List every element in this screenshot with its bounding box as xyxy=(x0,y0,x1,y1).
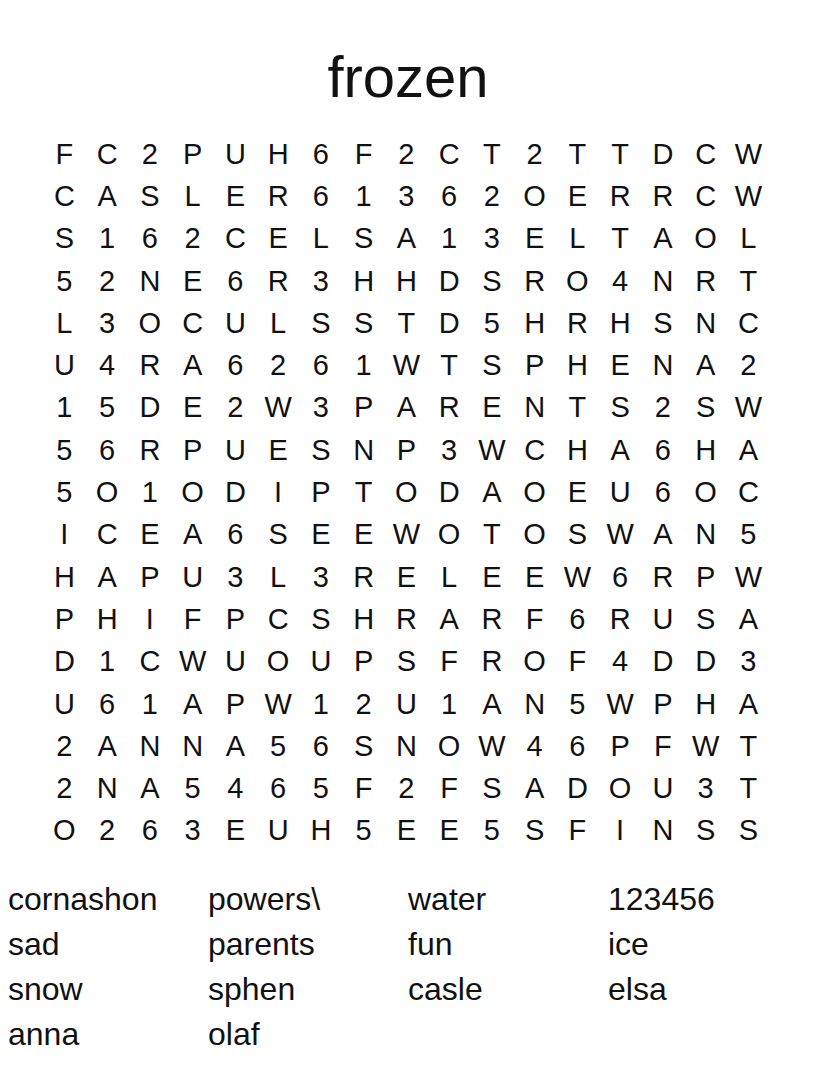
grid-cell-r15c13: 6 xyxy=(556,725,599,767)
grid-cell-r9c13: E xyxy=(556,471,599,513)
grid-cell-r17c10: E xyxy=(428,810,471,852)
grid-cell-r10c4: A xyxy=(171,514,214,556)
grid-cell-r11c16: P xyxy=(684,556,727,598)
grid-cell-r4c12: R xyxy=(513,260,556,302)
grid-cell-r11c13: W xyxy=(556,556,599,598)
grid-cell-r14c1: U xyxy=(43,683,86,725)
grid-cell-r8c5: U xyxy=(214,429,257,471)
grid-cell-r4c7: 3 xyxy=(300,260,343,302)
grid-cell-r7c14: S xyxy=(599,387,642,429)
grid-cell-r8c10: 3 xyxy=(428,429,471,471)
grid-cell-r6c12: P xyxy=(513,344,556,386)
grid-cell-r16c13: D xyxy=(556,767,599,809)
grid-cell-r8c6: E xyxy=(257,429,300,471)
grid-cell-r14c8: 2 xyxy=(342,683,385,725)
grid-cell-r7c11: E xyxy=(471,387,514,429)
grid-cell-r15c11: W xyxy=(471,725,514,767)
grid-cell-r5c17: C xyxy=(727,302,770,344)
grid-cell-r5c15: S xyxy=(642,302,685,344)
grid-cell-r3c3: 6 xyxy=(129,218,172,260)
grid-cell-r1c14: T xyxy=(599,133,642,175)
grid-cell-r5c2: 3 xyxy=(86,302,129,344)
grid-cell-r14c6: W xyxy=(257,683,300,725)
grid-cell-r9c12: O xyxy=(513,471,556,513)
grid-cell-r2c8: 1 xyxy=(342,175,385,217)
word-list-item-14: olaf xyxy=(208,1011,408,1056)
grid-cell-r1c5: U xyxy=(214,133,257,175)
grid-cell-r3c5: C xyxy=(214,218,257,260)
grid-cell-r13c7: U xyxy=(300,641,343,683)
grid-cell-r11c12: E xyxy=(513,556,556,598)
grid-cell-r16c11: S xyxy=(471,767,514,809)
grid-cell-r11c11: E xyxy=(471,556,514,598)
grid-cell-r14c17: A xyxy=(727,683,770,725)
grid-cell-r1c13: T xyxy=(556,133,599,175)
grid-cell-r11c10: L xyxy=(428,556,471,598)
grid-cell-r3c13: L xyxy=(556,218,599,260)
grid-cell-r8c1: 5 xyxy=(43,429,86,471)
grid-cell-r4c1: 5 xyxy=(43,260,86,302)
grid-cell-r15c9: N xyxy=(385,725,428,767)
grid-cell-r6c6: 2 xyxy=(257,344,300,386)
grid-cell-r2c11: 2 xyxy=(471,175,514,217)
word-list: cornashonpowers\water123456sadparentsfun… xyxy=(8,876,808,1056)
grid-cell-r7c8: P xyxy=(342,387,385,429)
grid-cell-r4c5: 6 xyxy=(214,260,257,302)
grid-cell-r17c12: S xyxy=(513,810,556,852)
grid-cell-r17c5: E xyxy=(214,810,257,852)
grid-cell-r8c7: S xyxy=(300,429,343,471)
grid-cell-r13c13: F xyxy=(556,641,599,683)
word-list-item-1: cornashon xyxy=(8,876,208,921)
grid-cell-r14c7: 1 xyxy=(300,683,343,725)
grid-cell-r6c5: 6 xyxy=(214,344,257,386)
grid-cell-r1c3: 2 xyxy=(129,133,172,175)
grid-cell-r10c12: O xyxy=(513,514,556,556)
grid-cell-r4c17: T xyxy=(727,260,770,302)
grid-cell-r4c8: H xyxy=(342,260,385,302)
grid-cell-r10c13: S xyxy=(556,514,599,556)
grid-cell-r15c7: 6 xyxy=(300,725,343,767)
word-list-item-11: casle xyxy=(408,966,608,1011)
grid-cell-r5c3: O xyxy=(129,302,172,344)
grid-cell-r6c15: N xyxy=(642,344,685,386)
grid-cell-r11c8: R xyxy=(342,556,385,598)
grid-cell-r13c9: S xyxy=(385,641,428,683)
grid-cell-r9c14: U xyxy=(599,471,642,513)
grid-cell-r11c17: W xyxy=(727,556,770,598)
grid-cell-r14c16: H xyxy=(684,683,727,725)
grid-cell-r2c6: R xyxy=(257,175,300,217)
grid-cell-r3c10: 1 xyxy=(428,218,471,260)
grid-cell-r4c2: 2 xyxy=(86,260,129,302)
grid-cell-r12c14: R xyxy=(599,598,642,640)
grid-cell-r16c10: F xyxy=(428,767,471,809)
grid-cell-r17c2: 2 xyxy=(86,810,129,852)
grid-cell-r9c11: A xyxy=(471,471,514,513)
word-list-item-8: ice xyxy=(608,921,808,966)
grid-cell-r17c6: U xyxy=(257,810,300,852)
grid-cell-r6c9: W xyxy=(385,344,428,386)
grid-cell-r7c4: E xyxy=(171,387,214,429)
grid-cell-r5c4: C xyxy=(171,302,214,344)
grid-cell-r10c11: T xyxy=(471,514,514,556)
grid-cell-r3c1: S xyxy=(43,218,86,260)
grid-cell-r1c10: C xyxy=(428,133,471,175)
grid-cell-r4c9: H xyxy=(385,260,428,302)
grid-cell-r15c16: W xyxy=(684,725,727,767)
word-list-item-10: sphen xyxy=(208,966,408,1011)
word-list-item-5: sad xyxy=(8,921,208,966)
word-search-grid: FC2PUH6F2CT2TTDCWCASLER61362OERRCWS162CE… xyxy=(43,133,770,852)
grid-cell-r6c13: H xyxy=(556,344,599,386)
grid-cell-r6c2: 4 xyxy=(86,344,129,386)
grid-cell-r7c12: N xyxy=(513,387,556,429)
grid-cell-r3c16: O xyxy=(684,218,727,260)
grid-cell-r8c8: N xyxy=(342,429,385,471)
grid-cell-r5c16: N xyxy=(684,302,727,344)
grid-cell-r4c14: 4 xyxy=(599,260,642,302)
grid-cell-r17c9: E xyxy=(385,810,428,852)
grid-cell-r7c2: 5 xyxy=(86,387,129,429)
grid-cell-r16c7: 5 xyxy=(300,767,343,809)
grid-cell-r16c14: O xyxy=(599,767,642,809)
grid-cell-r11c14: 6 xyxy=(599,556,642,598)
grid-cell-r10c16: N xyxy=(684,514,727,556)
grid-cell-r2c12: O xyxy=(513,175,556,217)
word-list-item-4: 123456 xyxy=(608,876,808,921)
grid-cell-r8c13: H xyxy=(556,429,599,471)
grid-cell-r1c16: C xyxy=(684,133,727,175)
grid-cell-r1c17: W xyxy=(727,133,770,175)
grid-cell-r9c2: O xyxy=(86,471,129,513)
grid-cell-r16c15: U xyxy=(642,767,685,809)
grid-cell-r4c4: E xyxy=(171,260,214,302)
grid-cell-r1c12: 2 xyxy=(513,133,556,175)
grid-cell-r13c8: P xyxy=(342,641,385,683)
grid-cell-r3c8: S xyxy=(342,218,385,260)
grid-cell-r3c7: L xyxy=(300,218,343,260)
grid-cell-r5c13: R xyxy=(556,302,599,344)
grid-cell-r16c8: F xyxy=(342,767,385,809)
grid-cell-r12c2: H xyxy=(86,598,129,640)
grid-cell-r2c9: 3 xyxy=(385,175,428,217)
word-list-item-3: water xyxy=(408,876,608,921)
word-list-item-12: elsa xyxy=(608,966,808,1011)
grid-cell-r12c8: H xyxy=(342,598,385,640)
grid-cell-r8c12: C xyxy=(513,429,556,471)
grid-cell-r15c1: 2 xyxy=(43,725,86,767)
grid-cell-r5c14: H xyxy=(599,302,642,344)
grid-cell-r3c12: E xyxy=(513,218,556,260)
grid-cell-r11c3: P xyxy=(129,556,172,598)
grid-cell-r13c14: 4 xyxy=(599,641,642,683)
grid-cell-r1c9: 2 xyxy=(385,133,428,175)
grid-cell-r6c14: E xyxy=(599,344,642,386)
grid-cell-r5c12: H xyxy=(513,302,556,344)
grid-cell-r13c12: O xyxy=(513,641,556,683)
grid-cell-r6c1: U xyxy=(43,344,86,386)
grid-cell-r8c14: A xyxy=(599,429,642,471)
grid-cell-r1c15: D xyxy=(642,133,685,175)
grid-cell-r17c17: S xyxy=(727,810,770,852)
grid-cell-r11c4: U xyxy=(171,556,214,598)
grid-cell-r10c7: E xyxy=(300,514,343,556)
grid-cell-r3c2: 1 xyxy=(86,218,129,260)
grid-cell-r2c3: S xyxy=(129,175,172,217)
grid-cell-r2c10: 6 xyxy=(428,175,471,217)
grid-cell-r5c11: 5 xyxy=(471,302,514,344)
grid-cell-r12c4: F xyxy=(171,598,214,640)
grid-cell-r10c5: 6 xyxy=(214,514,257,556)
grid-cell-r2c16: C xyxy=(684,175,727,217)
grid-cell-r9c10: D xyxy=(428,471,471,513)
grid-cell-r2c13: E xyxy=(556,175,599,217)
grid-cell-r15c12: 4 xyxy=(513,725,556,767)
grid-cell-r16c12: A xyxy=(513,767,556,809)
grid-cell-r2c14: R xyxy=(599,175,642,217)
grid-cell-r1c11: T xyxy=(471,133,514,175)
grid-cell-r8c9: P xyxy=(385,429,428,471)
grid-cell-r13c16: D xyxy=(684,641,727,683)
grid-cell-r6c11: S xyxy=(471,344,514,386)
grid-cell-r8c15: 6 xyxy=(642,429,685,471)
grid-cell-r17c16: S xyxy=(684,810,727,852)
grid-cell-r14c3: 1 xyxy=(129,683,172,725)
grid-cell-r2c2: A xyxy=(86,175,129,217)
grid-cell-r12c6: C xyxy=(257,598,300,640)
grid-cell-r7c9: A xyxy=(385,387,428,429)
grid-cell-r4c10: D xyxy=(428,260,471,302)
grid-cell-r9c7: P xyxy=(300,471,343,513)
grid-cell-r7c13: T xyxy=(556,387,599,429)
grid-cell-r4c15: N xyxy=(642,260,685,302)
grid-cell-r10c10: O xyxy=(428,514,471,556)
grid-cell-r3c11: 3 xyxy=(471,218,514,260)
grid-cell-r4c6: R xyxy=(257,260,300,302)
grid-cell-r12c15: U xyxy=(642,598,685,640)
grid-cell-r8c16: H xyxy=(684,429,727,471)
word-list-item-2: powers\ xyxy=(208,876,408,921)
grid-cell-r9c17: C xyxy=(727,471,770,513)
grid-cell-r1c4: P xyxy=(171,133,214,175)
grid-cell-r2c5: E xyxy=(214,175,257,217)
grid-cell-r7c3: D xyxy=(129,387,172,429)
grid-cell-r15c6: 5 xyxy=(257,725,300,767)
grid-cell-r14c9: U xyxy=(385,683,428,725)
grid-cell-r11c6: L xyxy=(257,556,300,598)
grid-cell-r12c16: S xyxy=(684,598,727,640)
grid-cell-r5c7: S xyxy=(300,302,343,344)
grid-cell-r6c17: 2 xyxy=(727,344,770,386)
grid-cell-r2c1: C xyxy=(43,175,86,217)
grid-cell-r14c2: 6 xyxy=(86,683,129,725)
grid-cell-r16c4: 5 xyxy=(171,767,214,809)
grid-cell-r9c4: O xyxy=(171,471,214,513)
word-list-item-7: fun xyxy=(408,921,608,966)
grid-cell-r3c4: 2 xyxy=(171,218,214,260)
grid-cell-r2c15: R xyxy=(642,175,685,217)
grid-cell-r1c8: F xyxy=(342,133,385,175)
grid-cell-r14c11: A xyxy=(471,683,514,725)
grid-cell-r13c4: W xyxy=(171,641,214,683)
grid-cell-r12c10: A xyxy=(428,598,471,640)
grid-cell-r3c14: T xyxy=(599,218,642,260)
grid-cell-r9c5: D xyxy=(214,471,257,513)
grid-cell-r13c1: D xyxy=(43,641,86,683)
grid-cell-r15c5: A xyxy=(214,725,257,767)
grid-cell-r9c3: 1 xyxy=(129,471,172,513)
grid-cell-r14c13: 5 xyxy=(556,683,599,725)
grid-cell-r12c12: F xyxy=(513,598,556,640)
grid-cell-r1c6: H xyxy=(257,133,300,175)
grid-cell-r15c4: N xyxy=(171,725,214,767)
grid-cell-r11c15: R xyxy=(642,556,685,598)
grid-cell-r10c8: E xyxy=(342,514,385,556)
grid-cell-r10c14: W xyxy=(599,514,642,556)
grid-cell-r10c6: S xyxy=(257,514,300,556)
grid-cell-r10c17: 5 xyxy=(727,514,770,556)
grid-cell-r5c8: S xyxy=(342,302,385,344)
grid-cell-r16c5: 4 xyxy=(214,767,257,809)
grid-cell-r17c13: F xyxy=(556,810,599,852)
grid-cell-r13c11: R xyxy=(471,641,514,683)
grid-cell-r16c2: N xyxy=(86,767,129,809)
grid-cell-r3c6: E xyxy=(257,218,300,260)
grid-cell-r17c3: 6 xyxy=(129,810,172,852)
grid-cell-r14c12: N xyxy=(513,683,556,725)
grid-cell-r5c6: L xyxy=(257,302,300,344)
grid-cell-r12c11: R xyxy=(471,598,514,640)
grid-cell-r1c2: C xyxy=(86,133,129,175)
grid-cell-r6c4: A xyxy=(171,344,214,386)
word-list-item-9: snow xyxy=(8,966,208,1011)
grid-cell-r9c16: O xyxy=(684,471,727,513)
grid-cell-r16c3: A xyxy=(129,767,172,809)
word-list-item-13: anna xyxy=(8,1011,208,1056)
grid-cell-r11c7: 3 xyxy=(300,556,343,598)
grid-cell-r15c17: T xyxy=(727,725,770,767)
grid-cell-r16c16: 3 xyxy=(684,767,727,809)
grid-cell-r2c7: 6 xyxy=(300,175,343,217)
grid-cell-r12c13: 6 xyxy=(556,598,599,640)
grid-cell-r9c1: 5 xyxy=(43,471,86,513)
grid-cell-r7c5: 2 xyxy=(214,387,257,429)
grid-cell-r13c5: U xyxy=(214,641,257,683)
grid-cell-r12c3: I xyxy=(129,598,172,640)
grid-cell-r10c15: A xyxy=(642,514,685,556)
grid-cell-r12c1: P xyxy=(43,598,86,640)
grid-cell-r8c3: R xyxy=(129,429,172,471)
grid-cell-r7c10: R xyxy=(428,387,471,429)
grid-cell-r6c7: 6 xyxy=(300,344,343,386)
grid-cell-r8c11: W xyxy=(471,429,514,471)
grid-cell-r12c17: A xyxy=(727,598,770,640)
grid-cell-r2c17: W xyxy=(727,175,770,217)
grid-cell-r14c14: W xyxy=(599,683,642,725)
grid-cell-r14c4: A xyxy=(171,683,214,725)
grid-cell-r16c6: 6 xyxy=(257,767,300,809)
grid-cell-r11c1: H xyxy=(43,556,86,598)
grid-cell-r13c2: 1 xyxy=(86,641,129,683)
grid-cell-r10c9: W xyxy=(385,514,428,556)
grid-cell-r7c17: W xyxy=(727,387,770,429)
grid-cell-r2c4: L xyxy=(171,175,214,217)
grid-cell-r17c15: N xyxy=(642,810,685,852)
grid-cell-r16c1: 2 xyxy=(43,767,86,809)
grid-cell-r17c7: H xyxy=(300,810,343,852)
grid-cell-r15c10: O xyxy=(428,725,471,767)
grid-cell-r14c5: P xyxy=(214,683,257,725)
grid-cell-r8c17: A xyxy=(727,429,770,471)
grid-cell-r9c6: I xyxy=(257,471,300,513)
grid-cell-r4c11: S xyxy=(471,260,514,302)
grid-cell-r12c5: P xyxy=(214,598,257,640)
grid-cell-r5c5: U xyxy=(214,302,257,344)
grid-cell-r7c1: 1 xyxy=(43,387,86,429)
grid-cell-r6c10: T xyxy=(428,344,471,386)
grid-cell-r7c15: 2 xyxy=(642,387,685,429)
grid-cell-r9c8: T xyxy=(342,471,385,513)
grid-cell-r6c16: A xyxy=(684,344,727,386)
grid-cell-r13c6: O xyxy=(257,641,300,683)
word-list-item-6: parents xyxy=(208,921,408,966)
grid-cell-r10c2: C xyxy=(86,514,129,556)
grid-cell-r4c3: N xyxy=(129,260,172,302)
grid-cell-r13c17: 3 xyxy=(727,641,770,683)
grid-cell-r4c16: R xyxy=(684,260,727,302)
grid-cell-r5c1: L xyxy=(43,302,86,344)
grid-cell-r17c4: 3 xyxy=(171,810,214,852)
grid-cell-r8c4: P xyxy=(171,429,214,471)
grid-cell-r14c10: 1 xyxy=(428,683,471,725)
puzzle-title: frozen xyxy=(0,48,816,106)
grid-cell-r10c1: I xyxy=(43,514,86,556)
grid-cell-r6c3: R xyxy=(129,344,172,386)
grid-cell-r4c13: O xyxy=(556,260,599,302)
grid-cell-r15c2: A xyxy=(86,725,129,767)
grid-cell-r12c7: S xyxy=(300,598,343,640)
grid-cell-r1c7: 6 xyxy=(300,133,343,175)
grid-cell-r11c2: A xyxy=(86,556,129,598)
grid-cell-r5c9: T xyxy=(385,302,428,344)
grid-cell-r9c9: O xyxy=(385,471,428,513)
grid-cell-r12c9: R xyxy=(385,598,428,640)
grid-cell-r7c6: W xyxy=(257,387,300,429)
grid-cell-r10c3: E xyxy=(129,514,172,556)
grid-cell-r1c1: F xyxy=(43,133,86,175)
grid-cell-r17c8: 5 xyxy=(342,810,385,852)
grid-cell-r16c9: 2 xyxy=(385,767,428,809)
grid-cell-r15c15: F xyxy=(642,725,685,767)
grid-cell-r7c16: S xyxy=(684,387,727,429)
grid-cell-r14c15: P xyxy=(642,683,685,725)
grid-cell-r9c15: 6 xyxy=(642,471,685,513)
grid-cell-r11c9: E xyxy=(385,556,428,598)
grid-cell-r7c7: 3 xyxy=(300,387,343,429)
grid-cell-r6c8: 1 xyxy=(342,344,385,386)
grid-cell-r13c15: D xyxy=(642,641,685,683)
grid-cell-r8c2: 6 xyxy=(86,429,129,471)
grid-cell-r17c11: 5 xyxy=(471,810,514,852)
grid-cell-r3c15: A xyxy=(642,218,685,260)
grid-cell-r17c1: O xyxy=(43,810,86,852)
grid-cell-r5c10: D xyxy=(428,302,471,344)
grid-cell-r3c9: A xyxy=(385,218,428,260)
grid-cell-r17c14: I xyxy=(599,810,642,852)
grid-cell-r13c10: F xyxy=(428,641,471,683)
grid-cell-r15c8: S xyxy=(342,725,385,767)
